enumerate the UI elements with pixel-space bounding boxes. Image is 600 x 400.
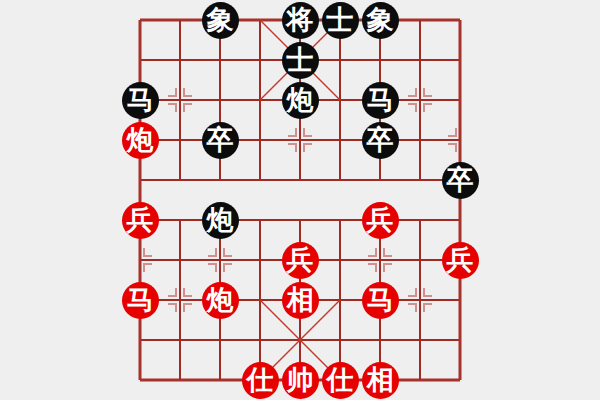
point-c7[interactable]: 炮 (200, 280, 240, 320)
point-d9[interactable]: 仕 (240, 360, 280, 400)
point-g8[interactable] (360, 320, 400, 360)
point-f8[interactable] (320, 320, 360, 360)
point-d0[interactable] (240, 0, 280, 40)
point-h1[interactable] (400, 40, 440, 80)
point-d4[interactable] (240, 160, 280, 200)
point-d3[interactable] (240, 120, 280, 160)
point-e5[interactable] (280, 200, 320, 240)
red-pawn[interactable]: 兵 (282, 242, 319, 279)
red-advisor[interactable]: 仕 (322, 362, 359, 399)
point-c3[interactable]: 卒 (200, 120, 240, 160)
black-elephant[interactable]: 象 (362, 2, 399, 39)
point-a3[interactable]: 炮 (120, 120, 160, 160)
red-pawn[interactable]: 兵 (362, 202, 399, 239)
point-a8[interactable] (120, 320, 160, 360)
point-g4[interactable] (360, 160, 400, 200)
point-i7[interactable] (440, 280, 480, 320)
point-e8[interactable] (280, 320, 320, 360)
board-points: 象将士象士马炮马炮卒卒卒兵炮兵兵兵马炮相马仕帅仕相 (120, 0, 480, 400)
point-b9[interactable] (160, 360, 200, 400)
point-e1[interactable]: 士 (280, 40, 320, 80)
point-a9[interactable] (120, 360, 160, 400)
point-a1[interactable] (120, 40, 160, 80)
point-c1[interactable] (200, 40, 240, 80)
point-e7[interactable]: 相 (280, 280, 320, 320)
point-f7[interactable] (320, 280, 360, 320)
point-d8[interactable] (240, 320, 280, 360)
point-f9[interactable]: 仕 (320, 360, 360, 400)
point-h3[interactable] (400, 120, 440, 160)
black-elephant[interactable]: 象 (202, 2, 239, 39)
black-cannon[interactable]: 炮 (282, 82, 319, 119)
point-d5[interactable] (240, 200, 280, 240)
point-e6[interactable]: 兵 (280, 240, 320, 280)
red-advisor[interactable]: 仕 (242, 362, 279, 399)
point-i4[interactable]: 卒 (440, 160, 480, 200)
black-cannon[interactable]: 炮 (202, 202, 239, 239)
point-e3[interactable] (280, 120, 320, 160)
point-h6[interactable] (400, 240, 440, 280)
point-h4[interactable] (400, 160, 440, 200)
point-g9[interactable]: 相 (360, 360, 400, 400)
point-b1[interactable] (160, 40, 200, 80)
point-a2[interactable]: 马 (120, 80, 160, 120)
point-h2[interactable] (400, 80, 440, 120)
point-a6[interactable] (120, 240, 160, 280)
point-f4[interactable] (320, 160, 360, 200)
black-pawn[interactable]: 卒 (202, 122, 239, 159)
red-horse[interactable]: 马 (122, 282, 159, 319)
black-king[interactable]: 将 (282, 2, 319, 39)
point-e0[interactable]: 将 (280, 0, 320, 40)
red-cannon[interactable]: 炮 (122, 122, 159, 159)
point-i2[interactable] (440, 80, 480, 120)
point-f6[interactable] (320, 240, 360, 280)
point-e2[interactable]: 炮 (280, 80, 320, 120)
point-d6[interactable] (240, 240, 280, 280)
point-d7[interactable] (240, 280, 280, 320)
point-i8[interactable] (440, 320, 480, 360)
black-advisor[interactable]: 士 (282, 42, 319, 79)
point-h0[interactable] (400, 0, 440, 40)
point-b8[interactable] (160, 320, 200, 360)
red-elephant[interactable]: 相 (362, 362, 399, 399)
point-i6[interactable]: 兵 (440, 240, 480, 280)
point-b0[interactable] (160, 0, 200, 40)
point-b3[interactable] (160, 120, 200, 160)
point-g7[interactable]: 马 (360, 280, 400, 320)
point-i9[interactable] (440, 360, 480, 400)
red-pawn[interactable]: 兵 (442, 242, 479, 279)
black-advisor[interactable]: 士 (322, 2, 359, 39)
black-pawn[interactable]: 卒 (362, 122, 399, 159)
point-g5[interactable]: 兵 (360, 200, 400, 240)
point-a5[interactable]: 兵 (120, 200, 160, 240)
point-c2[interactable] (200, 80, 240, 120)
point-g6[interactable] (360, 240, 400, 280)
red-pawn[interactable]: 兵 (122, 202, 159, 239)
black-horse[interactable]: 马 (362, 82, 399, 119)
xiangqi-board: 象将士象士马炮马炮卒卒卒兵炮兵兵兵马炮相马仕帅仕相 (0, 0, 600, 400)
red-horse[interactable]: 马 (362, 282, 399, 319)
point-b6[interactable] (160, 240, 200, 280)
point-e4[interactable] (280, 160, 320, 200)
point-i5[interactable] (440, 200, 480, 240)
point-g1[interactable] (360, 40, 400, 80)
point-a0[interactable] (120, 0, 160, 40)
point-d1[interactable] (240, 40, 280, 80)
point-c0[interactable]: 象 (200, 0, 240, 40)
point-i3[interactable] (440, 120, 480, 160)
point-a4[interactable] (120, 160, 160, 200)
point-f5[interactable] (320, 200, 360, 240)
point-f2[interactable] (320, 80, 360, 120)
point-h7[interactable] (400, 280, 440, 320)
red-king[interactable]: 帅 (282, 362, 319, 399)
point-g3[interactable]: 卒 (360, 120, 400, 160)
point-g0[interactable]: 象 (360, 0, 400, 40)
point-b4[interactable] (160, 160, 200, 200)
point-f1[interactable] (320, 40, 360, 80)
point-f3[interactable] (320, 120, 360, 160)
black-pawn[interactable]: 卒 (442, 162, 479, 199)
black-horse[interactable]: 马 (122, 82, 159, 119)
point-c6[interactable] (200, 240, 240, 280)
point-c9[interactable] (200, 360, 240, 400)
point-g2[interactable]: 马 (360, 80, 400, 120)
point-i0[interactable] (440, 0, 480, 40)
point-i1[interactable] (440, 40, 480, 80)
point-e9[interactable]: 帅 (280, 360, 320, 400)
point-h8[interactable] (400, 320, 440, 360)
point-b2[interactable] (160, 80, 200, 120)
point-h5[interactable] (400, 200, 440, 240)
point-f0[interactable]: 士 (320, 0, 360, 40)
red-elephant[interactable]: 相 (282, 282, 319, 319)
point-c8[interactable] (200, 320, 240, 360)
point-a7[interactable]: 马 (120, 280, 160, 320)
point-c4[interactable] (200, 160, 240, 200)
point-h9[interactable] (400, 360, 440, 400)
red-cannon[interactable]: 炮 (202, 282, 239, 319)
point-b5[interactable] (160, 200, 200, 240)
point-d2[interactable] (240, 80, 280, 120)
point-b7[interactable] (160, 280, 200, 320)
point-c5[interactable]: 炮 (200, 200, 240, 240)
